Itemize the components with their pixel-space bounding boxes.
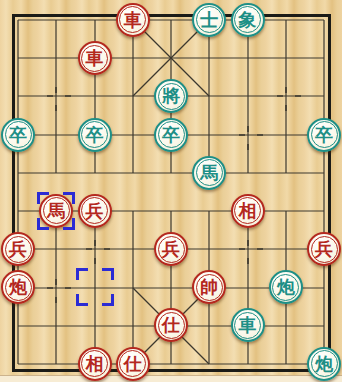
piece-red-soldier[interactable]: 兵 <box>78 194 112 228</box>
piece-red-soldier[interactable]: 兵 <box>307 232 341 266</box>
piece-teal-chariot[interactable]: 車 <box>231 308 265 342</box>
piece-glyph: 卒 <box>9 126 27 144</box>
piece-glyph: 士 <box>200 11 218 29</box>
piece-red-advisor[interactable]: 仕 <box>154 308 188 342</box>
piece-glyph: 兵 <box>86 202 104 220</box>
piece-teal-elephant[interactable]: 象 <box>231 3 265 37</box>
piece-red-cannon[interactable]: 炮 <box>1 270 35 304</box>
piece-glyph: 相 <box>86 355 104 373</box>
piece-teal-soldier[interactable]: 卒 <box>78 118 112 152</box>
piece-teal-cannon[interactable]: 炮 <box>269 270 303 304</box>
piece-glyph: 兵 <box>9 240 27 258</box>
piece-red-elephant[interactable]: 相 <box>78 347 112 381</box>
piece-glyph: 兵 <box>315 240 333 258</box>
piece-teal-advisor[interactable]: 士 <box>192 3 226 37</box>
piece-teal-horse[interactable]: 馬 <box>192 156 226 190</box>
piece-red-soldier[interactable]: 兵 <box>1 232 35 266</box>
piece-glyph: 象 <box>239 11 257 29</box>
piece-glyph: 將 <box>162 87 180 105</box>
piece-glyph: 卒 <box>86 126 104 144</box>
piece-glyph: 帥 <box>200 278 218 296</box>
piece-red-chariot[interactable]: 車 <box>116 3 150 37</box>
last-move-from-marker <box>76 268 114 306</box>
piece-glyph: 馬 <box>47 202 65 220</box>
piece-glyph: 車 <box>124 11 142 29</box>
piece-teal-soldier[interactable]: 卒 <box>307 118 341 152</box>
piece-glyph: 仕 <box>162 316 180 334</box>
piece-teal-general[interactable]: 將 <box>154 79 188 113</box>
piece-red-chariot[interactable]: 車 <box>78 41 112 75</box>
xiangqi-board: 車士象車將卒卒卒卒馬馬兵相兵兵兵炮帥炮仕車相仕炮 <box>0 0 342 382</box>
piece-red-horse[interactable]: 馬 <box>39 194 73 228</box>
piece-glyph: 卒 <box>162 126 180 144</box>
piece-glyph: 卒 <box>315 126 333 144</box>
piece-teal-cannon[interactable]: 炮 <box>307 347 341 381</box>
piece-teal-soldier[interactable]: 卒 <box>154 118 188 152</box>
piece-glyph: 炮 <box>9 278 27 296</box>
piece-glyph: 相 <box>239 202 257 220</box>
piece-glyph: 炮 <box>315 355 333 373</box>
piece-grid: 車士象車將卒卒卒卒馬馬兵相兵兵兵炮帥炮仕車相仕炮 <box>0 1 342 382</box>
piece-glyph: 炮 <box>277 278 295 296</box>
piece-teal-soldier[interactable]: 卒 <box>1 118 35 152</box>
piece-red-advisor[interactable]: 仕 <box>116 347 150 381</box>
piece-glyph: 車 <box>86 49 104 67</box>
piece-glyph: 馬 <box>200 164 218 182</box>
piece-red-general[interactable]: 帥 <box>192 270 226 304</box>
piece-glyph: 仕 <box>124 355 142 373</box>
piece-glyph: 兵 <box>162 240 180 258</box>
piece-red-elephant[interactable]: 相 <box>231 194 265 228</box>
piece-glyph: 車 <box>239 316 257 334</box>
piece-red-soldier[interactable]: 兵 <box>154 232 188 266</box>
